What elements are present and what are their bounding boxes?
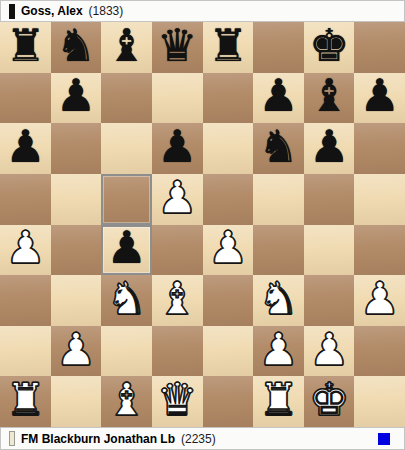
- square-a1[interactable]: ♜: [0, 376, 51, 427]
- square-d1[interactable]: ♛: [152, 376, 203, 427]
- square-c7[interactable]: [101, 73, 152, 124]
- square-f3[interactable]: ♞: [253, 275, 304, 326]
- white-queen[interactable]: ♛: [157, 377, 197, 422]
- square-d7[interactable]: [152, 73, 203, 124]
- black-pawn[interactable]: ♟: [5, 124, 45, 169]
- square-f4[interactable]: [253, 225, 304, 276]
- square-f5[interactable]: [253, 174, 304, 225]
- square-a8[interactable]: ♜: [0, 22, 51, 73]
- white-pawn[interactable]: ♟: [157, 175, 197, 220]
- square-b3[interactable]: [51, 275, 102, 326]
- white-pawn[interactable]: ♟: [309, 327, 349, 372]
- square-h5[interactable]: [354, 174, 405, 225]
- square-f2[interactable]: ♟: [253, 326, 304, 377]
- square-h7[interactable]: ♟: [354, 73, 405, 124]
- black-bishop[interactable]: ♝: [106, 23, 146, 68]
- square-b1[interactable]: [51, 376, 102, 427]
- square-d5[interactable]: ♟: [152, 174, 203, 225]
- top-player-bar: Goss, Alex (1833): [0, 0, 405, 22]
- white-rook[interactable]: ♜: [5, 377, 45, 422]
- square-e6[interactable]: [203, 123, 254, 174]
- square-d3[interactable]: ♝: [152, 275, 203, 326]
- square-e3[interactable]: [203, 275, 254, 326]
- square-h4[interactable]: [354, 225, 405, 276]
- square-h2[interactable]: [354, 326, 405, 377]
- square-a7[interactable]: [0, 73, 51, 124]
- square-e2[interactable]: [203, 326, 254, 377]
- square-e1[interactable]: [203, 376, 254, 427]
- white-bishop[interactable]: ♝: [106, 377, 146, 422]
- square-g6[interactable]: ♟: [304, 123, 355, 174]
- bottom-player-bar: FM Blackburn Jonathan Lb (2235): [0, 427, 405, 450]
- white-king[interactable]: ♚: [309, 377, 349, 422]
- white-pawn[interactable]: ♟: [258, 327, 298, 372]
- square-d6[interactable]: ♟: [152, 123, 203, 174]
- turn-indicator-icon: [378, 433, 390, 445]
- white-rook[interactable]: ♜: [258, 377, 298, 422]
- square-a5[interactable]: [0, 174, 51, 225]
- square-b5[interactable]: [51, 174, 102, 225]
- square-d8[interactable]: ♛: [152, 22, 203, 73]
- top-player-name: Goss, Alex: [21, 4, 83, 18]
- square-d4[interactable]: [152, 225, 203, 276]
- black-rook[interactable]: ♜: [208, 23, 248, 68]
- black-knight[interactable]: ♞: [56, 23, 96, 68]
- square-c8[interactable]: ♝: [101, 22, 152, 73]
- black-knight[interactable]: ♞: [258, 124, 298, 169]
- square-h8[interactable]: [354, 22, 405, 73]
- black-pawn[interactable]: ♟: [309, 124, 349, 169]
- square-c5[interactable]: [101, 174, 152, 225]
- white-pawn[interactable]: ♟: [208, 225, 248, 270]
- square-b2[interactable]: ♟: [51, 326, 102, 377]
- top-player-rating: (1833): [89, 4, 124, 18]
- square-f1[interactable]: ♜: [253, 376, 304, 427]
- square-e8[interactable]: ♜: [203, 22, 254, 73]
- square-a4[interactable]: ♟: [0, 225, 51, 276]
- square-f7[interactable]: ♟: [253, 73, 304, 124]
- square-a6[interactable]: ♟: [0, 123, 51, 174]
- bottom-player-name: FM Blackburn Jonathan Lb: [21, 432, 175, 446]
- black-side-indicator-icon: [9, 4, 15, 19]
- black-pawn[interactable]: ♟: [106, 225, 146, 270]
- square-b8[interactable]: ♞: [51, 22, 102, 73]
- square-g7[interactable]: ♝: [304, 73, 355, 124]
- black-queen[interactable]: ♛: [157, 23, 197, 68]
- white-knight[interactable]: ♞: [106, 276, 146, 321]
- square-e7[interactable]: [203, 73, 254, 124]
- square-h3[interactable]: ♟: [354, 275, 405, 326]
- square-e5[interactable]: [203, 174, 254, 225]
- square-g5[interactable]: [304, 174, 355, 225]
- black-king[interactable]: ♚: [309, 23, 349, 68]
- chess-game-window: Goss, Alex (1833) ♜♞♝♛♜♚♟♟♝♟♟♟♞♟♟♟♟♟♞♝♞♟…: [0, 0, 405, 450]
- square-c2[interactable]: [101, 326, 152, 377]
- square-e4[interactable]: ♟: [203, 225, 254, 276]
- chess-board[interactable]: ♜♞♝♛♜♚♟♟♝♟♟♟♞♟♟♟♟♟♞♝♞♟♟♟♟♜♝♛♜♚: [0, 22, 405, 427]
- white-knight[interactable]: ♞: [258, 276, 298, 321]
- black-pawn[interactable]: ♟: [56, 73, 96, 118]
- square-a3[interactable]: [0, 275, 51, 326]
- white-side-indicator-icon: [9, 431, 15, 446]
- square-g1[interactable]: ♚: [304, 376, 355, 427]
- bottom-player-rating: (2235): [181, 432, 216, 446]
- square-b6[interactable]: [51, 123, 102, 174]
- white-pawn[interactable]: ♟: [56, 327, 96, 372]
- square-g3[interactable]: [304, 275, 355, 326]
- white-bishop[interactable]: ♝: [157, 276, 197, 321]
- black-pawn[interactable]: ♟: [258, 73, 298, 118]
- square-c1[interactable]: ♝: [101, 376, 152, 427]
- square-c4[interactable]: ♟: [101, 225, 152, 276]
- square-b4[interactable]: [51, 225, 102, 276]
- white-pawn[interactable]: ♟: [5, 225, 45, 270]
- black-pawn[interactable]: ♟: [360, 73, 400, 118]
- square-d2[interactable]: [152, 326, 203, 377]
- square-g4[interactable]: [304, 225, 355, 276]
- square-g8[interactable]: ♚: [304, 22, 355, 73]
- square-c3[interactable]: ♞: [101, 275, 152, 326]
- square-a2[interactable]: [0, 326, 51, 377]
- square-b7[interactable]: ♟: [51, 73, 102, 124]
- square-c6[interactable]: [101, 123, 152, 174]
- square-f6[interactable]: ♞: [253, 123, 304, 174]
- black-pawn[interactable]: ♟: [157, 124, 197, 169]
- black-rook[interactable]: ♜: [5, 23, 45, 68]
- square-h6[interactable]: [354, 123, 405, 174]
- white-pawn[interactable]: ♟: [360, 276, 400, 321]
- square-f8[interactable]: [253, 22, 304, 73]
- square-h1[interactable]: [354, 376, 405, 427]
- black-bishop[interactable]: ♝: [309, 73, 349, 118]
- square-g2[interactable]: ♟: [304, 326, 355, 377]
